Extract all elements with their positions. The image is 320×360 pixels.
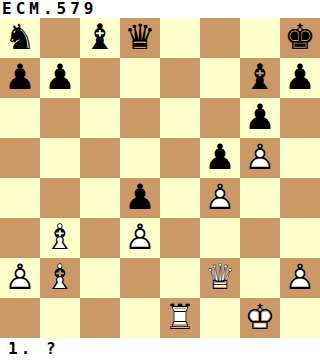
- piece-white-rook[interactable]: ♖: [160, 297, 200, 337]
- piece-white-king-fill: ♚: [240, 297, 280, 337]
- piece-black-king[interactable]: ♚: [280, 17, 320, 57]
- square-e8[interactable]: [160, 18, 200, 58]
- square-h2[interactable]: ♟♙: [280, 258, 320, 298]
- square-a4[interactable]: [0, 178, 40, 218]
- square-b7[interactable]: ♟: [40, 58, 80, 98]
- square-g3[interactable]: [240, 218, 280, 258]
- square-a5[interactable]: [0, 138, 40, 178]
- piece-black-bishop[interactable]: ♝: [240, 57, 280, 97]
- piece-white-pawn[interactable]: ♙: [0, 257, 40, 297]
- piece-black-pawn[interactable]: ♟: [120, 177, 160, 217]
- square-b1[interactable]: [40, 298, 80, 338]
- piece-black-bishop[interactable]: ♝: [80, 17, 120, 57]
- square-a3[interactable]: [0, 218, 40, 258]
- square-g8[interactable]: [240, 18, 280, 58]
- piece-black-pawn[interactable]: ♟: [280, 57, 320, 97]
- square-f6[interactable]: [200, 98, 240, 138]
- square-h6[interactable]: [280, 98, 320, 138]
- piece-black-queen[interactable]: ♛: [120, 17, 160, 57]
- square-h7[interactable]: ♟: [280, 58, 320, 98]
- piece-white-king[interactable]: ♔: [240, 297, 280, 337]
- square-b2[interactable]: ♝♗: [40, 258, 80, 298]
- square-f4[interactable]: ♟♙: [200, 178, 240, 218]
- piece-white-pawn-fill: ♟: [0, 257, 40, 297]
- square-d5[interactable]: [120, 138, 160, 178]
- piece-white-bishop[interactable]: ♗: [40, 217, 80, 257]
- piece-black-pawn[interactable]: ♟: [0, 57, 40, 97]
- square-b5[interactable]: [40, 138, 80, 178]
- piece-white-rook-fill: ♜: [160, 297, 200, 337]
- square-c1[interactable]: [80, 298, 120, 338]
- piece-white-bishop-fill: ♝: [40, 217, 80, 257]
- move-prompt: 1. ?: [8, 340, 59, 360]
- square-c4[interactable]: [80, 178, 120, 218]
- square-c5[interactable]: [80, 138, 120, 178]
- square-h3[interactable]: [280, 218, 320, 258]
- piece-white-pawn-fill: ♟: [240, 137, 280, 177]
- square-e6[interactable]: [160, 98, 200, 138]
- square-h1[interactable]: [280, 298, 320, 338]
- piece-black-knight[interactable]: ♞: [0, 17, 40, 57]
- square-d6[interactable]: [120, 98, 160, 138]
- square-a8[interactable]: ♞: [0, 18, 40, 58]
- square-g5[interactable]: ♟♙: [240, 138, 280, 178]
- square-a6[interactable]: [0, 98, 40, 138]
- chess-board: ♞♝♛♚♟♟♝♟♟♟♟♙♟♟♙♝♗♟♙♟♙♝♗♛♕♟♙♜♖♚♔: [0, 18, 320, 338]
- square-h4[interactable]: [280, 178, 320, 218]
- square-g7[interactable]: ♝: [240, 58, 280, 98]
- square-f1[interactable]: [200, 298, 240, 338]
- square-e4[interactable]: [160, 178, 200, 218]
- square-g1[interactable]: ♚♔: [240, 298, 280, 338]
- piece-white-bishop-fill: ♝: [40, 257, 80, 297]
- square-d8[interactable]: ♛: [120, 18, 160, 58]
- square-e7[interactable]: [160, 58, 200, 98]
- square-h8[interactable]: ♚: [280, 18, 320, 58]
- square-f8[interactable]: [200, 18, 240, 58]
- puzzle-title: ECM.579: [2, 0, 97, 18]
- square-b8[interactable]: [40, 18, 80, 58]
- piece-white-queen[interactable]: ♕: [200, 257, 240, 297]
- square-d4[interactable]: ♟: [120, 178, 160, 218]
- square-d1[interactable]: [120, 298, 160, 338]
- square-c6[interactable]: [80, 98, 120, 138]
- square-e2[interactable]: [160, 258, 200, 298]
- piece-black-pawn[interactable]: ♟: [240, 97, 280, 137]
- square-g4[interactable]: [240, 178, 280, 218]
- piece-white-pawn-fill: ♟: [200, 177, 240, 217]
- square-g6[interactable]: ♟: [240, 98, 280, 138]
- chess-app-window: ECM.579 ♞♝♛♚♟♟♝♟♟♟♟♙♟♟♙♝♗♟♙♟♙♝♗♛♕♟♙♜♖♚♔ …: [0, 0, 320, 360]
- square-b6[interactable]: [40, 98, 80, 138]
- square-b3[interactable]: ♝♗: [40, 218, 80, 258]
- square-b4[interactable]: [40, 178, 80, 218]
- piece-white-pawn-fill: ♟: [280, 257, 320, 297]
- square-f2[interactable]: ♛♕: [200, 258, 240, 298]
- piece-white-bishop[interactable]: ♗: [40, 257, 80, 297]
- square-h5[interactable]: [280, 138, 320, 178]
- square-e3[interactable]: [160, 218, 200, 258]
- piece-white-pawn[interactable]: ♙: [200, 177, 240, 217]
- square-e1[interactable]: ♜♖: [160, 298, 200, 338]
- square-c8[interactable]: ♝: [80, 18, 120, 58]
- square-f5[interactable]: ♟: [200, 138, 240, 178]
- square-c2[interactable]: [80, 258, 120, 298]
- square-d7[interactable]: [120, 58, 160, 98]
- square-e5[interactable]: [160, 138, 200, 178]
- square-c3[interactable]: [80, 218, 120, 258]
- piece-white-pawn[interactable]: ♙: [240, 137, 280, 177]
- square-f7[interactable]: [200, 58, 240, 98]
- square-a7[interactable]: ♟: [0, 58, 40, 98]
- piece-black-pawn[interactable]: ♟: [200, 137, 240, 177]
- square-d3[interactable]: ♟♙: [120, 218, 160, 258]
- square-g2[interactable]: [240, 258, 280, 298]
- square-f3[interactable]: [200, 218, 240, 258]
- piece-white-queen-fill: ♛: [200, 257, 240, 297]
- piece-black-pawn[interactable]: ♟: [40, 57, 80, 97]
- square-c7[interactable]: [80, 58, 120, 98]
- square-a1[interactable]: [0, 298, 40, 338]
- piece-white-pawn[interactable]: ♙: [280, 257, 320, 297]
- piece-white-pawn-fill: ♟: [120, 217, 160, 257]
- square-d2[interactable]: [120, 258, 160, 298]
- piece-white-pawn[interactable]: ♙: [120, 217, 160, 257]
- square-a2[interactable]: ♟♙: [0, 258, 40, 298]
